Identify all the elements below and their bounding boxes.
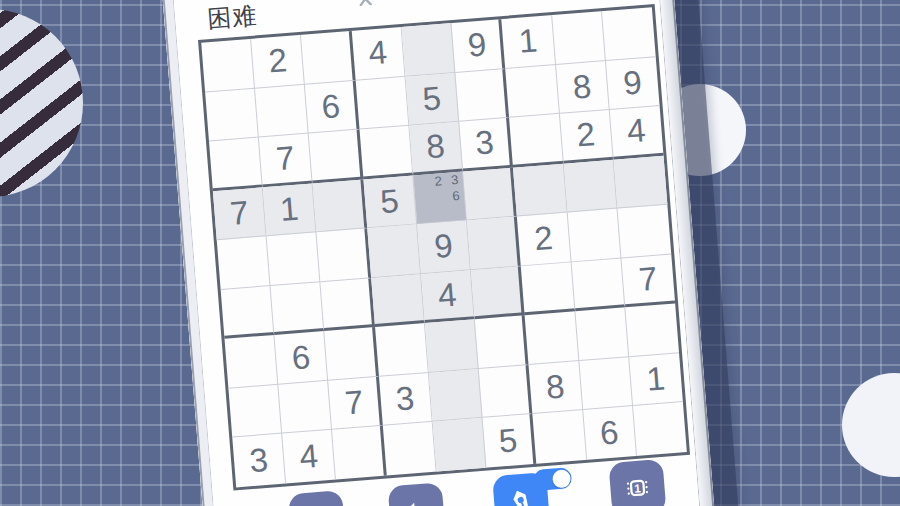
- cell-r1c8[interactable]: [552, 11, 606, 64]
- cell-r4c7[interactable]: [513, 163, 567, 216]
- cell-r5c5[interactable]: 9: [417, 221, 471, 274]
- cell-r9c6[interactable]: 5: [483, 414, 537, 467]
- undo-icon: [402, 496, 432, 506]
- cell-r1c9[interactable]: [602, 7, 656, 60]
- cell-r5c8[interactable]: [567, 209, 621, 262]
- cell-r1c5[interactable]: [401, 23, 455, 76]
- cell-r7c1[interactable]: [225, 335, 279, 388]
- screen-content: 困难 24916589783247152369247673813456: [169, 0, 707, 506]
- cell-r4c2[interactable]: 1: [263, 183, 317, 236]
- cell-r8c7[interactable]: 8: [529, 361, 583, 414]
- pencil-notes: 236: [413, 171, 466, 223]
- cell-r1c1[interactable]: [201, 39, 255, 92]
- cell-r8c1[interactable]: [228, 385, 282, 438]
- cell-r2c9[interactable]: 9: [606, 57, 660, 110]
- cell-r9c9[interactable]: [633, 403, 687, 456]
- cell-r5c6[interactable]: [467, 217, 521, 270]
- cell-r8c9[interactable]: 1: [629, 353, 683, 406]
- cell-r9c8[interactable]: 6: [583, 406, 637, 459]
- cell-r1c2[interactable]: 2: [251, 35, 305, 88]
- svg-text:1: 1: [634, 481, 642, 496]
- cell-r1c3[interactable]: [301, 31, 355, 84]
- cell-r4c4[interactable]: 5: [363, 175, 417, 228]
- cell-r6c3[interactable]: [321, 278, 375, 331]
- cell-r6c4[interactable]: [371, 274, 425, 327]
- undo-button[interactable]: [388, 482, 446, 506]
- cell-r6c7[interactable]: [521, 262, 575, 315]
- cell-r3c7[interactable]: [509, 114, 563, 167]
- cell-r5c7[interactable]: 2: [517, 213, 571, 266]
- cell-r2c1[interactable]: [205, 88, 259, 141]
- cell-r2c6[interactable]: [455, 69, 509, 122]
- cell-r4c1[interactable]: 7: [213, 187, 267, 240]
- cell-r1c4[interactable]: 4: [351, 27, 405, 80]
- pen-mode-toggle[interactable]: [533, 467, 573, 491]
- cell-r2c3[interactable]: 6: [305, 80, 359, 133]
- cell-r8c4[interactable]: 3: [379, 373, 433, 426]
- cell-r6c9[interactable]: 7: [621, 254, 675, 307]
- cell-r6c1[interactable]: [221, 286, 275, 339]
- one-in-frame-icon: 1: [621, 472, 653, 504]
- cell-r5c3[interactable]: [317, 229, 371, 282]
- cell-r9c4[interactable]: [383, 422, 437, 475]
- cell-r4c8[interactable]: [563, 159, 617, 212]
- toolbar-partial-button[interactable]: [288, 490, 346, 506]
- difficulty-label: 困难: [206, 1, 258, 33]
- cell-r7c8[interactable]: [575, 308, 629, 361]
- cell-r3c9[interactable]: 4: [610, 106, 664, 159]
- cell-r7c9[interactable]: [625, 304, 679, 357]
- cell-r8c5[interactable]: [429, 369, 483, 422]
- cell-r3c4[interactable]: [359, 126, 413, 179]
- cell-r5c1[interactable]: [217, 236, 271, 289]
- cell-r1c7[interactable]: 1: [502, 15, 556, 68]
- cell-r7c7[interactable]: [525, 312, 579, 365]
- cell-r9c5[interactable]: [433, 418, 487, 471]
- cell-r3c1[interactable]: [209, 138, 263, 191]
- cell-r8c3[interactable]: 7: [329, 377, 383, 430]
- cell-r9c7[interactable]: [533, 410, 587, 463]
- cell-r7c2[interactable]: 6: [275, 331, 329, 384]
- cell-r5c2[interactable]: [267, 232, 321, 285]
- cell-r8c8[interactable]: [579, 357, 633, 410]
- cell-r7c6[interactable]: [475, 316, 529, 369]
- cell-r6c8[interactable]: [571, 258, 625, 311]
- cell-r9c1[interactable]: 3: [232, 434, 286, 487]
- cell-r2c5[interactable]: 5: [405, 72, 459, 125]
- cell-r8c2[interactable]: [279, 381, 333, 434]
- pen-nib-icon: [506, 486, 536, 506]
- cell-r3c6[interactable]: 3: [459, 118, 513, 171]
- sudoku-grid: 24916589783247152369247673813456: [198, 4, 690, 491]
- phone-screen: 困难 24916589783247152369247673813456: [159, 0, 721, 506]
- cell-r6c5[interactable]: 4: [421, 270, 475, 323]
- cell-r4c6[interactable]: [463, 167, 517, 220]
- hint-one-button[interactable]: 1: [608, 459, 666, 506]
- cell-r1c6[interactable]: 9: [452, 19, 506, 72]
- cell-r7c4[interactable]: [375, 323, 429, 376]
- cell-r2c8[interactable]: 8: [556, 61, 610, 114]
- cell-r5c9[interactable]: [617, 205, 671, 258]
- cell-r5c4[interactable]: [367, 225, 421, 278]
- toggle-knob: [551, 469, 570, 488]
- cell-r3c8[interactable]: 2: [559, 110, 613, 163]
- cell-r7c5[interactable]: [425, 319, 479, 372]
- cell-r3c5[interactable]: 8: [409, 122, 463, 175]
- cell-r9c3[interactable]: [332, 426, 386, 479]
- cell-r4c3[interactable]: [313, 179, 367, 232]
- cell-r4c9[interactable]: [613, 155, 667, 208]
- cell-r9c2[interactable]: 4: [282, 430, 336, 483]
- cell-r7c3[interactable]: [325, 327, 379, 380]
- cell-r3c2[interactable]: 7: [259, 134, 313, 187]
- cell-r2c4[interactable]: [355, 76, 409, 129]
- cell-r3c3[interactable]: [309, 130, 363, 183]
- selected-cell[interactable]: 236: [413, 171, 467, 224]
- cell-r2c2[interactable]: [255, 84, 309, 137]
- cell-r6c6[interactable]: [471, 266, 525, 319]
- top-center-partial-icon: [358, 0, 373, 6]
- cell-r6c2[interactable]: [271, 282, 325, 335]
- cell-r2c7[interactable]: [506, 65, 560, 118]
- cell-r8c6[interactable]: [479, 365, 533, 418]
